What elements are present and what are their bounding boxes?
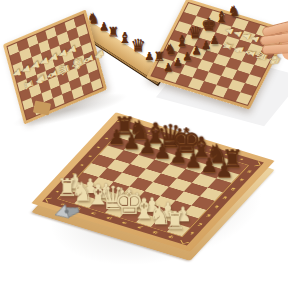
black-pawn: ♟: [206, 160, 242, 180]
white-rook: ♜: [157, 209, 193, 233]
board-grid: ♜♞♝♛♚♝♞♜♟♟♟♟♟♟♟♟♟♟♟♟♟♟♟♟♜♞♝♛♚♝♞♜: [58, 128, 247, 237]
gold-corner-mark: [180, 239, 189, 244]
product-photo-scene: ♞♟♜♝♛♟♞♝♜♟ ♟♟♟♟♟♟♟♜♞♝♛♚♝♞ ♟♟♟♟♟♜♞♝♛♚ ♜♞♝…: [0, 0, 288, 288]
gold-corner-mark: [252, 161, 261, 166]
view-open-board: abcdefgh 12345678 ♜♞♝♛♚♝♞♜♟♟♟♟♟♟♟♟♟♟♟♟♟♟…: [0, 0, 288, 288]
rank-label: 5: [217, 193, 233, 204]
